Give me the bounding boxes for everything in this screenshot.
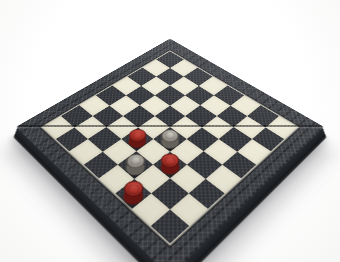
checkers-board — [16, 39, 324, 262]
perspective-wrapper — [0, 0, 340, 262]
board-frame — [16, 39, 324, 262]
product-photo-scene — [0, 0, 340, 262]
board-grid — [43, 51, 298, 243]
